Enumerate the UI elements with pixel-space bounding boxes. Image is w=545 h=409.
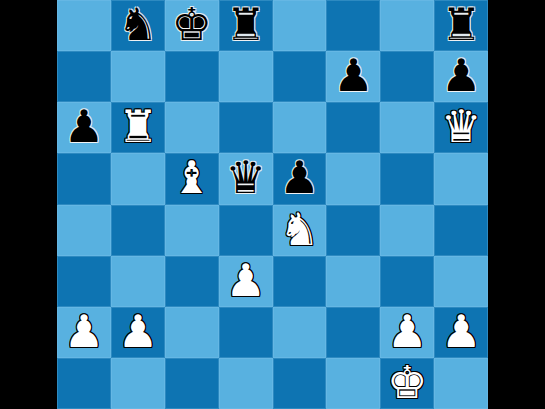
square-b6[interactable]: ♜: [111, 102, 165, 153]
piece-black-pawn[interactable]: ♟: [441, 53, 481, 98]
square-g7[interactable]: [380, 51, 434, 102]
piece-black-pawn[interactable]: ♟: [333, 53, 373, 98]
square-d6[interactable]: [219, 102, 273, 153]
piece-black-pawn[interactable]: ♟: [64, 104, 104, 149]
square-b3[interactable]: [111, 256, 165, 307]
square-d2[interactable]: [219, 307, 273, 358]
chess-board: ♞♚♜♜♟♟♟♜♛♝♛♟♞♟♟♟♟♟♚: [57, 0, 488, 409]
piece-white-pawn[interactable]: ♟: [387, 309, 427, 354]
square-h5[interactable]: [434, 153, 488, 204]
square-g2[interactable]: ♟: [380, 307, 434, 358]
piece-white-pawn[interactable]: ♟: [441, 309, 481, 354]
square-a2[interactable]: ♟: [57, 307, 111, 358]
square-c8[interactable]: ♚: [165, 0, 219, 51]
square-g4[interactable]: [380, 205, 434, 256]
square-g8[interactable]: [380, 0, 434, 51]
square-e8[interactable]: [273, 0, 327, 51]
square-f5[interactable]: [326, 153, 380, 204]
square-e3[interactable]: [273, 256, 327, 307]
piece-white-pawn[interactable]: ♟: [225, 258, 265, 303]
square-g5[interactable]: [380, 153, 434, 204]
piece-black-rook[interactable]: ♜: [441, 2, 481, 47]
square-c2[interactable]: [165, 307, 219, 358]
square-h6[interactable]: ♛: [434, 102, 488, 153]
piece-white-king[interactable]: ♚: [387, 360, 427, 405]
square-d5[interactable]: ♛: [219, 153, 273, 204]
square-b8[interactable]: ♞: [111, 0, 165, 51]
square-d4[interactable]: [219, 205, 273, 256]
square-c1[interactable]: [165, 358, 219, 409]
square-d1[interactable]: [219, 358, 273, 409]
square-b1[interactable]: [111, 358, 165, 409]
piece-black-knight[interactable]: ♞: [118, 2, 158, 47]
left-letterbox: [0, 0, 57, 409]
square-d8[interactable]: ♜: [219, 0, 273, 51]
square-c3[interactable]: [165, 256, 219, 307]
square-h7[interactable]: ♟: [434, 51, 488, 102]
piece-white-queen[interactable]: ♛: [441, 104, 481, 149]
square-c6[interactable]: [165, 102, 219, 153]
square-e2[interactable]: [273, 307, 327, 358]
right-letterbox: [488, 0, 545, 409]
square-b5[interactable]: [111, 153, 165, 204]
piece-white-bishop[interactable]: ♝: [172, 155, 212, 200]
square-b2[interactable]: ♟: [111, 307, 165, 358]
square-a5[interactable]: [57, 153, 111, 204]
square-f8[interactable]: [326, 0, 380, 51]
square-f1[interactable]: [326, 358, 380, 409]
piece-white-pawn[interactable]: ♟: [64, 309, 104, 354]
app-window: ♞♚♜♜♟♟♟♜♛♝♛♟♞♟♟♟♟♟♚: [0, 0, 545, 409]
square-c5[interactable]: ♝: [165, 153, 219, 204]
square-e7[interactable]: [273, 51, 327, 102]
piece-black-king[interactable]: ♚: [172, 2, 212, 47]
square-h1[interactable]: [434, 358, 488, 409]
square-a4[interactable]: [57, 205, 111, 256]
square-h4[interactable]: [434, 205, 488, 256]
square-f6[interactable]: [326, 102, 380, 153]
square-e1[interactable]: [273, 358, 327, 409]
square-a1[interactable]: [57, 358, 111, 409]
square-g1[interactable]: ♚: [380, 358, 434, 409]
square-d7[interactable]: [219, 51, 273, 102]
square-e6[interactable]: [273, 102, 327, 153]
square-g3[interactable]: [380, 256, 434, 307]
square-a3[interactable]: [57, 256, 111, 307]
square-b4[interactable]: [111, 205, 165, 256]
square-a7[interactable]: [57, 51, 111, 102]
square-f4[interactable]: [326, 205, 380, 256]
piece-white-knight[interactable]: ♞: [279, 207, 319, 252]
square-g6[interactable]: [380, 102, 434, 153]
square-h8[interactable]: ♜: [434, 0, 488, 51]
square-d3[interactable]: ♟: [219, 256, 273, 307]
square-c4[interactable]: [165, 205, 219, 256]
square-h2[interactable]: ♟: [434, 307, 488, 358]
piece-black-pawn[interactable]: ♟: [279, 155, 319, 200]
piece-black-rook[interactable]: ♜: [225, 2, 265, 47]
square-f7[interactable]: ♟: [326, 51, 380, 102]
square-e4[interactable]: ♞: [273, 205, 327, 256]
square-e5[interactable]: ♟: [273, 153, 327, 204]
square-h3[interactable]: [434, 256, 488, 307]
square-c7[interactable]: [165, 51, 219, 102]
piece-black-queen[interactable]: ♛: [225, 155, 265, 200]
square-a8[interactable]: [57, 0, 111, 51]
square-b7[interactable]: [111, 51, 165, 102]
square-f3[interactable]: [326, 256, 380, 307]
square-f2[interactable]: [326, 307, 380, 358]
square-a6[interactable]: ♟: [57, 102, 111, 153]
piece-white-pawn[interactable]: ♟: [118, 309, 158, 354]
piece-white-rook[interactable]: ♜: [118, 104, 158, 149]
